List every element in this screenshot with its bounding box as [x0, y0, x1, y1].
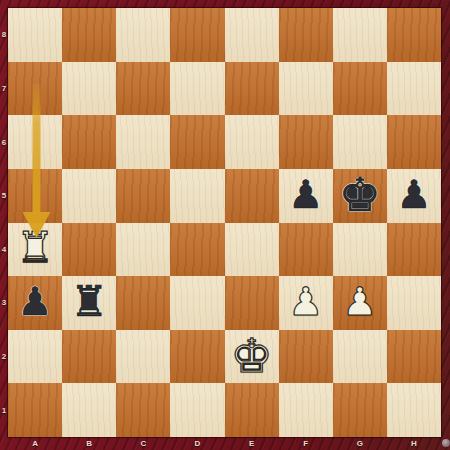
square-a6[interactable]	[8, 115, 62, 169]
square-f3[interactable]: ♟	[279, 276, 333, 330]
square-e1[interactable]	[225, 383, 279, 437]
white-king-e2[interactable]: ♚	[230, 332, 272, 379]
rank-label-4: 4	[0, 223, 8, 277]
rank-label-7: 7	[0, 62, 8, 116]
square-e8[interactable]	[225, 8, 279, 62]
square-g6[interactable]	[333, 115, 387, 169]
rank-labels: 87654321	[0, 8, 8, 437]
square-g7[interactable]	[333, 62, 387, 116]
square-h1[interactable]	[387, 383, 441, 437]
square-g2[interactable]	[333, 330, 387, 384]
rank-label-5: 5	[0, 169, 8, 223]
square-a1[interactable]	[8, 383, 62, 437]
square-b8[interactable]	[62, 8, 116, 62]
black-pawn-f5[interactable]: ♟	[288, 175, 323, 214]
square-f2[interactable]	[279, 330, 333, 384]
square-g5[interactable]: ♚	[333, 169, 387, 223]
black-rook-b3[interactable]: ♜	[70, 281, 108, 323]
file-label-b: B	[62, 437, 116, 450]
black-pawn-a3[interactable]: ♟	[18, 282, 53, 321]
square-b6[interactable]	[62, 115, 116, 169]
square-e3[interactable]	[225, 276, 279, 330]
square-d2[interactable]	[170, 330, 224, 384]
chess-board: ♟♚♟♜♟♜♟♟♚	[8, 8, 441, 437]
square-e6[interactable]	[225, 115, 279, 169]
rank-label-6: 6	[0, 115, 8, 169]
rank-label-1: 1	[0, 383, 8, 437]
white-pawn-g3[interactable]: ♟	[342, 282, 377, 321]
rank-label-3: 3	[0, 276, 8, 330]
square-b2[interactable]	[62, 330, 116, 384]
square-c3[interactable]	[116, 276, 170, 330]
square-c5[interactable]	[116, 169, 170, 223]
file-label-d: D	[170, 437, 224, 450]
square-d5[interactable]	[170, 169, 224, 223]
file-label-h: H	[387, 437, 441, 450]
square-c6[interactable]	[116, 115, 170, 169]
square-b3[interactable]: ♜	[62, 276, 116, 330]
square-g8[interactable]	[333, 8, 387, 62]
square-e5[interactable]	[225, 169, 279, 223]
file-label-c: C	[116, 437, 170, 450]
square-f8[interactable]	[279, 8, 333, 62]
square-h5[interactable]: ♟	[387, 169, 441, 223]
square-b7[interactable]	[62, 62, 116, 116]
square-g4[interactable]	[333, 223, 387, 277]
square-c8[interactable]	[116, 8, 170, 62]
black-king-g5[interactable]: ♚	[339, 171, 381, 218]
square-d4[interactable]	[170, 223, 224, 277]
rank-label-2: 2	[0, 330, 8, 384]
square-a7[interactable]	[8, 62, 62, 116]
square-d3[interactable]	[170, 276, 224, 330]
square-h2[interactable]	[387, 330, 441, 384]
square-d7[interactable]	[170, 62, 224, 116]
square-f7[interactable]	[279, 62, 333, 116]
white-rook-a4[interactable]: ♜	[16, 227, 54, 269]
square-b1[interactable]	[62, 383, 116, 437]
square-b4[interactable]	[62, 223, 116, 277]
square-e2[interactable]: ♚	[225, 330, 279, 384]
square-g3[interactable]: ♟	[333, 276, 387, 330]
file-label-f: F	[279, 437, 333, 450]
file-label-e: E	[225, 437, 279, 450]
square-a5[interactable]	[8, 169, 62, 223]
file-label-g: G	[333, 437, 387, 450]
square-a4[interactable]: ♜	[8, 223, 62, 277]
square-f1[interactable]	[279, 383, 333, 437]
file-label-a: A	[8, 437, 62, 450]
square-c1[interactable]	[116, 383, 170, 437]
square-h3[interactable]	[387, 276, 441, 330]
black-pawn-h5[interactable]: ♟	[396, 175, 431, 214]
square-g1[interactable]	[333, 383, 387, 437]
chess-board-window: ♟♚♟♜♟♜♟♟♚ 87654321 ABCDEFGH	[0, 0, 450, 450]
square-f5[interactable]: ♟	[279, 169, 333, 223]
rank-label-8: 8	[0, 8, 8, 62]
square-f4[interactable]	[279, 223, 333, 277]
square-f6[interactable]	[279, 115, 333, 169]
square-a3[interactable]: ♟	[8, 276, 62, 330]
square-h7[interactable]	[387, 62, 441, 116]
file-labels: ABCDEFGH	[8, 437, 441, 450]
square-e4[interactable]	[225, 223, 279, 277]
square-e7[interactable]	[225, 62, 279, 116]
square-d6[interactable]	[170, 115, 224, 169]
square-d8[interactable]	[170, 8, 224, 62]
square-h8[interactable]	[387, 8, 441, 62]
white-pawn-f3[interactable]: ♟	[288, 282, 323, 321]
square-h4[interactable]	[387, 223, 441, 277]
square-b5[interactable]	[62, 169, 116, 223]
square-c7[interactable]	[116, 62, 170, 116]
corner-logo-icon	[442, 439, 450, 447]
square-d1[interactable]	[170, 383, 224, 437]
square-h6[interactable]	[387, 115, 441, 169]
square-a8[interactable]	[8, 8, 62, 62]
square-c2[interactable]	[116, 330, 170, 384]
square-c4[interactable]	[116, 223, 170, 277]
square-a2[interactable]	[8, 330, 62, 384]
